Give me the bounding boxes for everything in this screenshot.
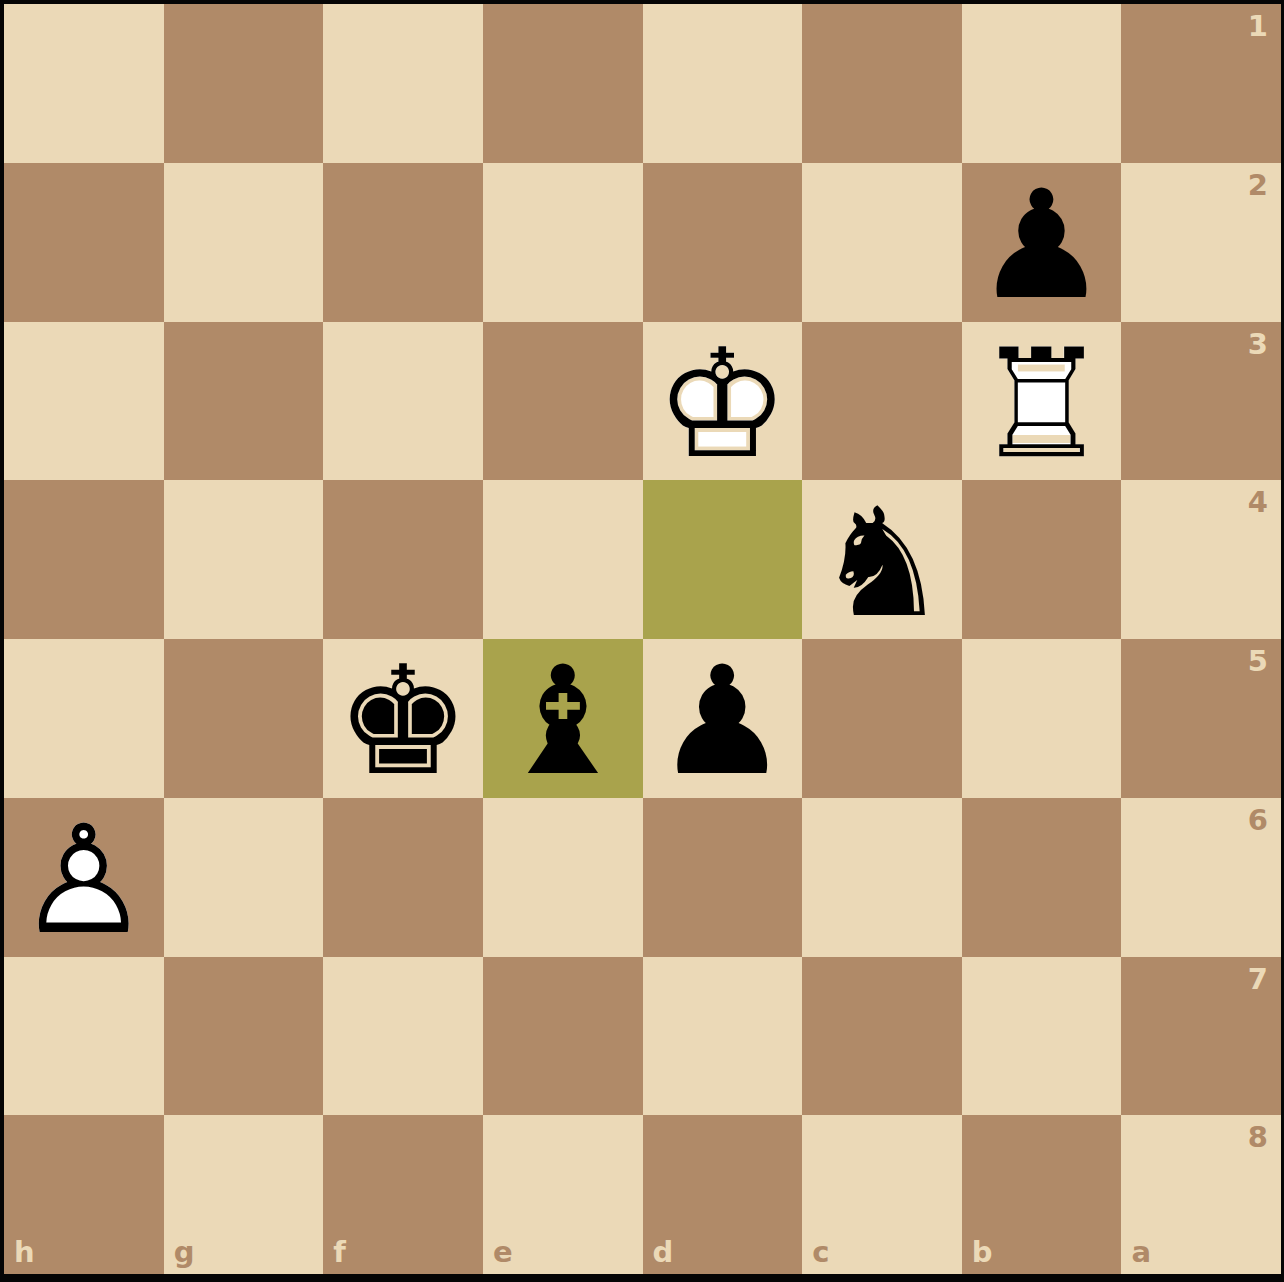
square-a2[interactable]: 2 (1121, 163, 1281, 322)
white-rook-outline: ♖ (962, 325, 1122, 484)
square-f3[interactable] (323, 322, 483, 481)
black-knight-fill: ♞ (802, 483, 962, 642)
square-h7[interactable] (4, 957, 164, 1116)
white-king-outline: ♔ (643, 325, 803, 484)
square-h5[interactable] (4, 639, 164, 798)
square-f6[interactable] (323, 798, 483, 957)
square-e7[interactable] (483, 957, 643, 1116)
square-e1[interactable] (483, 4, 643, 163)
rank-label-6: 6 (1248, 806, 1268, 835)
square-f5[interactable]: ♚ (323, 639, 483, 798)
square-h6[interactable]: ♟♙ (4, 798, 164, 957)
file-label-h: h (14, 1238, 35, 1267)
square-c5[interactable] (802, 639, 962, 798)
square-h4[interactable] (4, 480, 164, 639)
square-g4[interactable] (164, 480, 324, 639)
square-b4[interactable] (962, 480, 1122, 639)
square-g8[interactable]: g (164, 1115, 324, 1274)
white-king[interactable]: ♚♔ (643, 322, 803, 481)
black-king-fill: ♚ (323, 642, 483, 801)
square-d6[interactable] (643, 798, 803, 957)
file-label-f: f (333, 1238, 346, 1267)
square-a8[interactable]: 8a (1121, 1115, 1281, 1274)
square-e8[interactable]: e (483, 1115, 643, 1274)
square-b1[interactable] (962, 4, 1122, 163)
white-pawn-outline: ♙ (4, 801, 164, 960)
square-h3[interactable] (4, 322, 164, 481)
square-a7[interactable]: 7 (1121, 957, 1281, 1116)
square-g7[interactable] (164, 957, 324, 1116)
square-a3[interactable]: 3 (1121, 322, 1281, 481)
rank-label-8: 8 (1248, 1123, 1268, 1152)
square-a1[interactable]: 1 (1121, 4, 1281, 163)
rank-label-2: 2 (1248, 171, 1268, 200)
black-pawn-fill: ♟ (643, 642, 803, 801)
rank-label-5: 5 (1248, 647, 1268, 676)
square-d2[interactable] (643, 163, 803, 322)
white-pawn[interactable]: ♟♙ (4, 798, 164, 957)
square-a6[interactable]: 6 (1121, 798, 1281, 957)
square-e2[interactable] (483, 163, 643, 322)
square-d1[interactable] (643, 4, 803, 163)
square-a5[interactable]: 5 (1121, 639, 1281, 798)
square-e4[interactable] (483, 480, 643, 639)
file-label-d: d (653, 1238, 674, 1267)
square-g1[interactable] (164, 4, 324, 163)
black-bishop-fill: ♝ (483, 642, 643, 801)
square-e3[interactable] (483, 322, 643, 481)
chess-board[interactable]: 1♟2♚♔♜♖3♞4♚♝♟5♟♙67hgfedcb8a (4, 4, 1281, 1274)
file-label-b: b (972, 1238, 993, 1267)
file-label-e: e (493, 1238, 513, 1267)
square-f4[interactable] (323, 480, 483, 639)
square-h8[interactable]: h (4, 1115, 164, 1274)
rank-label-4: 4 (1248, 488, 1268, 517)
square-b8[interactable]: b (962, 1115, 1122, 1274)
square-h2[interactable] (4, 163, 164, 322)
chess-board-frame: 1♟2♚♔♜♖3♞4♚♝♟5♟♙67hgfedcb8a (0, 0, 1284, 1282)
square-c7[interactable] (802, 957, 962, 1116)
square-d5[interactable]: ♟ (643, 639, 803, 798)
square-g6[interactable] (164, 798, 324, 957)
square-d3[interactable]: ♚♔ (643, 322, 803, 481)
square-h1[interactable] (4, 4, 164, 163)
black-king[interactable]: ♚ (323, 639, 483, 798)
square-b7[interactable] (962, 957, 1122, 1116)
square-f1[interactable] (323, 4, 483, 163)
file-label-g: g (174, 1238, 195, 1267)
black-knight[interactable]: ♞ (802, 480, 962, 639)
rank-label-7: 7 (1248, 965, 1268, 994)
square-d4[interactable] (643, 480, 803, 639)
black-pawn[interactable]: ♟ (962, 163, 1122, 322)
square-c4[interactable]: ♞ (802, 480, 962, 639)
square-d8[interactable]: d (643, 1115, 803, 1274)
square-c3[interactable] (802, 322, 962, 481)
square-b3[interactable]: ♜♖ (962, 322, 1122, 481)
square-c2[interactable] (802, 163, 962, 322)
black-bishop[interactable]: ♝ (483, 639, 643, 798)
file-label-a: a (1131, 1238, 1151, 1267)
square-g5[interactable] (164, 639, 324, 798)
square-f2[interactable] (323, 163, 483, 322)
square-f7[interactable] (323, 957, 483, 1116)
square-e5[interactable]: ♝ (483, 639, 643, 798)
white-rook[interactable]: ♜♖ (962, 322, 1122, 481)
square-b5[interactable] (962, 639, 1122, 798)
square-f8[interactable]: f (323, 1115, 483, 1274)
square-c8[interactable]: c (802, 1115, 962, 1274)
square-b6[interactable] (962, 798, 1122, 957)
rank-label-3: 3 (1248, 330, 1268, 359)
square-g3[interactable] (164, 322, 324, 481)
square-b2[interactable]: ♟ (962, 163, 1122, 322)
file-label-c: c (812, 1238, 829, 1267)
rank-label-1: 1 (1248, 12, 1268, 41)
black-pawn[interactable]: ♟ (643, 639, 803, 798)
square-a4[interactable]: 4 (1121, 480, 1281, 639)
square-e6[interactable] (483, 798, 643, 957)
square-g2[interactable] (164, 163, 324, 322)
square-c6[interactable] (802, 798, 962, 957)
square-c1[interactable] (802, 4, 962, 163)
black-pawn-fill: ♟ (962, 166, 1122, 325)
square-d7[interactable] (643, 957, 803, 1116)
